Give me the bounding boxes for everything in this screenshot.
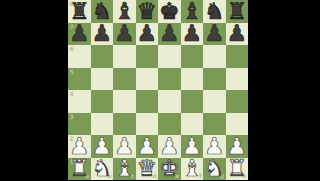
piece-white-rook[interactable]: ♜: [226, 157, 247, 180]
square-h7[interactable]: ♟: [226, 23, 249, 46]
square-g1[interactable]: g♞: [203, 158, 226, 181]
square-g5[interactable]: [203, 68, 226, 91]
square-h1[interactable]: h♜: [226, 158, 249, 181]
square-c6[interactable]: [113, 45, 136, 68]
square-f7[interactable]: ♟: [181, 23, 204, 46]
square-h4[interactable]: [226, 90, 249, 113]
screenshot-root: 8♜♞♝♛♚♝♞♜7♟♟♟♟♟♟♟♟65432♟♟♟♟♟♟♟♟1a♜b♞c♝d♛…: [0, 0, 320, 180]
piece-white-rook[interactable]: ♜: [69, 157, 90, 180]
piece-white-knight[interactable]: ♞: [204, 157, 225, 180]
square-e4[interactable]: [158, 90, 181, 113]
square-b7[interactable]: ♟: [91, 23, 114, 46]
piece-black-pawn[interactable]: ♟: [91, 22, 112, 45]
piece-black-pawn[interactable]: ♟: [114, 22, 135, 45]
square-e1[interactable]: e♚: [158, 158, 181, 181]
piece-black-pawn[interactable]: ♟: [159, 22, 180, 45]
piece-black-pawn[interactable]: ♟: [69, 22, 90, 45]
square-d7[interactable]: ♟: [136, 23, 159, 46]
square-f4[interactable]: [181, 90, 204, 113]
square-b4[interactable]: [91, 90, 114, 113]
square-d5[interactable]: [136, 68, 159, 91]
square-d4[interactable]: [136, 90, 159, 113]
piece-black-pawn[interactable]: ♟: [226, 22, 247, 45]
square-a4[interactable]: 4: [68, 90, 91, 113]
square-f1[interactable]: f♝: [181, 158, 204, 181]
square-f6[interactable]: [181, 45, 204, 68]
square-a6[interactable]: 6: [68, 45, 91, 68]
square-a5[interactable]: 5: [68, 68, 91, 91]
letterbox-right: [248, 0, 320, 180]
square-a1[interactable]: 1a♜: [68, 158, 91, 181]
piece-black-pawn[interactable]: ♟: [136, 22, 157, 45]
coord-rank-3: 3: [70, 114, 74, 120]
piece-white-knight[interactable]: ♞: [91, 157, 112, 180]
square-d1[interactable]: d♛: [136, 158, 159, 181]
square-b5[interactable]: [91, 68, 114, 91]
piece-white-king[interactable]: ♚: [159, 157, 180, 180]
square-h5[interactable]: [226, 68, 249, 91]
piece-white-bishop[interactable]: ♝: [114, 157, 135, 180]
square-g7[interactable]: ♟: [203, 23, 226, 46]
square-e6[interactable]: [158, 45, 181, 68]
square-g4[interactable]: [203, 90, 226, 113]
piece-black-pawn[interactable]: ♟: [204, 22, 225, 45]
square-f5[interactable]: [181, 68, 204, 91]
coord-rank-5: 5: [70, 69, 74, 75]
square-a7[interactable]: 7♟: [68, 23, 91, 46]
square-b1[interactable]: b♞: [91, 158, 114, 181]
piece-white-bishop[interactable]: ♝: [181, 157, 202, 180]
square-g6[interactable]: [203, 45, 226, 68]
coord-rank-4: 4: [70, 91, 74, 97]
piece-black-pawn[interactable]: ♟: [181, 22, 202, 45]
square-e7[interactable]: ♟: [158, 23, 181, 46]
coord-rank-6: 6: [70, 46, 74, 52]
square-c1[interactable]: c♝: [113, 158, 136, 181]
piece-white-queen[interactable]: ♛: [136, 157, 157, 180]
chess-board[interactable]: 8♜♞♝♛♚♝♞♜7♟♟♟♟♟♟♟♟65432♟♟♟♟♟♟♟♟1a♜b♞c♝d♛…: [68, 0, 248, 180]
square-c7[interactable]: ♟: [113, 23, 136, 46]
square-h6[interactable]: [226, 45, 249, 68]
square-e5[interactable]: [158, 68, 181, 91]
square-d6[interactable]: [136, 45, 159, 68]
square-c5[interactable]: [113, 68, 136, 91]
letterbox-left: [0, 0, 68, 180]
square-b6[interactable]: [91, 45, 114, 68]
square-c4[interactable]: [113, 90, 136, 113]
